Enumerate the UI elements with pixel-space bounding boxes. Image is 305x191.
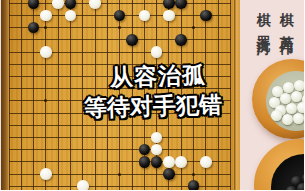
black-stone bbox=[139, 144, 151, 156]
black-stone bbox=[200, 10, 212, 22]
bowl-white-stone bbox=[291, 91, 302, 102]
board-right-edge bbox=[234, 0, 240, 190]
black-stone bbox=[126, 34, 138, 46]
star-point bbox=[118, 26, 121, 29]
bowl-white-stone bbox=[293, 113, 304, 124]
black-stone bbox=[175, 0, 187, 9]
black-stone bbox=[28, 0, 40, 9]
grid-line-horizontal bbox=[9, 161, 231, 162]
white-stones-bowl-contents bbox=[266, 71, 304, 131]
black-stone bbox=[163, 168, 175, 180]
bowl-white-stone bbox=[304, 114, 305, 125]
black-stone bbox=[188, 180, 200, 190]
black-stone bbox=[163, 0, 175, 9]
bowl-white-stone bbox=[297, 102, 305, 113]
board-left-edge bbox=[1, 0, 8, 190]
black-stone bbox=[65, 0, 77, 9]
white-stone bbox=[200, 156, 212, 168]
white-stone bbox=[139, 10, 151, 22]
black-stone bbox=[151, 156, 163, 168]
white-stone bbox=[151, 46, 163, 58]
star-point bbox=[192, 26, 195, 29]
white-stone bbox=[52, 0, 64, 9]
grid-line-horizontal bbox=[9, 3, 231, 4]
grid-line-horizontal bbox=[9, 149, 231, 150]
black-stone bbox=[175, 34, 187, 46]
star-point bbox=[118, 173, 121, 176]
black-stone bbox=[114, 10, 126, 22]
bowl-white-stone bbox=[282, 114, 293, 125]
bowl-white-stone bbox=[271, 110, 282, 121]
black-stones-bowl-contents bbox=[271, 154, 304, 190]
white-stone bbox=[77, 180, 89, 190]
video-frame: 从容治孤 等待对手犯错 棋 芮乃伟 棋 罗洗河 bbox=[0, 0, 304, 190]
white-stone bbox=[151, 144, 163, 156]
bowl-white-stone bbox=[280, 93, 291, 104]
bowl-black-stone bbox=[302, 173, 305, 184]
star-point bbox=[44, 99, 47, 102]
bowl-white-stone bbox=[283, 82, 294, 93]
bowl-black-stone bbox=[297, 183, 305, 191]
white-stone bbox=[163, 156, 175, 168]
white-stone bbox=[151, 132, 163, 144]
bowl-white-stone bbox=[294, 80, 305, 91]
black-stone bbox=[139, 156, 151, 168]
caption-line2: 等待对手犯错 bbox=[84, 89, 223, 124]
grid-line-horizontal bbox=[9, 39, 231, 40]
caption-line1: 从容治孤 bbox=[110, 60, 207, 94]
white-stone bbox=[175, 156, 187, 168]
white-stone bbox=[89, 0, 101, 9]
white-stone bbox=[40, 168, 52, 180]
star-point bbox=[44, 26, 47, 29]
black-stone bbox=[28, 22, 40, 34]
bowl-black-stone bbox=[286, 186, 297, 191]
grid-line-horizontal bbox=[9, 137, 231, 138]
grid-line-horizontal bbox=[9, 125, 231, 126]
bowl-white-stone bbox=[286, 103, 297, 114]
star-point bbox=[192, 173, 195, 176]
white-stone bbox=[40, 46, 52, 58]
white-stone bbox=[65, 10, 77, 22]
white-stone bbox=[163, 10, 175, 22]
white-stone bbox=[40, 10, 52, 22]
